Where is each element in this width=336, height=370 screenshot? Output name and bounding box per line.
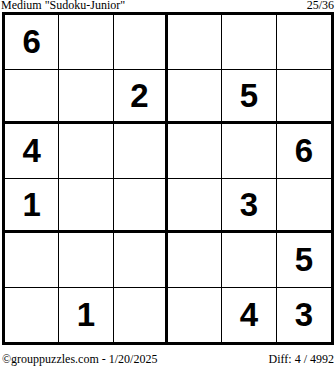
puzzle-footer: ©grouppuzzles.com - 1/20/2025 Diff: 4 / … bbox=[0, 352, 336, 366]
cell-r5c4[interactable] bbox=[168, 233, 222, 288]
cell-r4c4[interactable] bbox=[168, 179, 222, 234]
cell-r3c3[interactable] bbox=[114, 124, 168, 179]
puzzle-title: Medium "Sudoku-Junior" bbox=[1, 0, 125, 11]
cell-r5c3[interactable] bbox=[114, 233, 168, 288]
cell-r3c5[interactable] bbox=[222, 124, 276, 179]
cell-r1c4[interactable] bbox=[168, 15, 222, 70]
cell-r1c2[interactable] bbox=[59, 15, 113, 70]
cell-r1c3[interactable] bbox=[114, 15, 168, 70]
cell-r5c2[interactable] bbox=[59, 233, 113, 288]
cell-r3c4[interactable] bbox=[168, 124, 222, 179]
cell-r2c5: 5 bbox=[222, 70, 276, 125]
cell-r1c5[interactable] bbox=[222, 15, 276, 70]
cell-r1c6[interactable] bbox=[277, 15, 331, 70]
puzzle-page: Medium "Sudoku-Junior" 25/36 6 2 5 4 6 1… bbox=[0, 0, 336, 370]
cell-r6c1[interactable] bbox=[5, 288, 59, 343]
cell-r2c3: 2 bbox=[114, 70, 168, 125]
cell-r6c2: 1 bbox=[59, 288, 113, 343]
cell-r5c1[interactable] bbox=[5, 233, 59, 288]
cell-r3c6: 6 bbox=[277, 124, 331, 179]
cell-r5c5[interactable] bbox=[222, 233, 276, 288]
cell-r4c1: 1 bbox=[5, 179, 59, 234]
cell-r3c2[interactable] bbox=[59, 124, 113, 179]
copyright-text: ©grouppuzzles.com - 1/20/2025 bbox=[2, 352, 157, 366]
cell-r6c4[interactable] bbox=[168, 288, 222, 343]
cell-r2c4[interactable] bbox=[168, 70, 222, 125]
cell-r6c3[interactable] bbox=[114, 288, 168, 343]
cell-r4c2[interactable] bbox=[59, 179, 113, 234]
cell-r3c1: 4 bbox=[5, 124, 59, 179]
cell-r4c5: 3 bbox=[222, 179, 276, 234]
cell-r6c5: 4 bbox=[222, 288, 276, 343]
cell-r1c1: 6 bbox=[5, 15, 59, 70]
cell-r2c2[interactable] bbox=[59, 70, 113, 125]
cell-r4c6[interactable] bbox=[277, 179, 331, 234]
sudoku-board: 6 2 5 4 6 1 3 5 1 4 3 bbox=[2, 12, 334, 345]
cell-r5c6: 5 bbox=[277, 233, 331, 288]
cell-r4c3[interactable] bbox=[114, 179, 168, 234]
cell-r2c1[interactable] bbox=[5, 70, 59, 125]
puzzle-header: Medium "Sudoku-Junior" 25/36 bbox=[0, 0, 336, 11]
cell-r2c6[interactable] bbox=[277, 70, 331, 125]
difficulty-text: Diff: 4 / 4992 bbox=[269, 352, 334, 366]
empty-cells-counter: 25/36 bbox=[307, 0, 334, 11]
cell-r6c6: 3 bbox=[277, 288, 331, 343]
